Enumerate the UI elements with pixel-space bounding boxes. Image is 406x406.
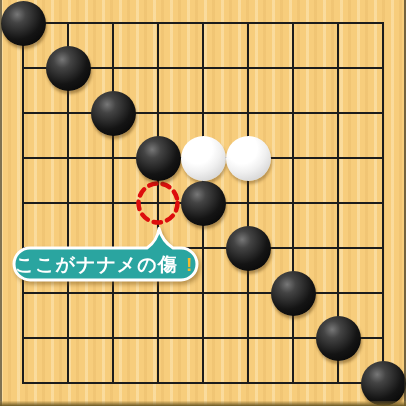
board-intersection[interactable] (226, 181, 271, 226)
board-intersection[interactable] (361, 271, 406, 316)
board-intersection[interactable] (1, 316, 46, 361)
board-intersection[interactable] (316, 361, 361, 406)
board-intersection[interactable]: ○ (226, 136, 271, 181)
board-intersection[interactable]: ○ (181, 136, 226, 181)
board-intersection[interactable]: ● (136, 136, 181, 181)
black-stone: ● (226, 226, 271, 271)
board-intersection[interactable] (46, 91, 91, 136)
board-intersection[interactable] (271, 46, 316, 91)
board-intersection[interactable] (136, 226, 181, 271)
board-intersection[interactable] (361, 136, 406, 181)
board-intersection[interactable] (226, 1, 271, 46)
white-stone: ○ (181, 136, 226, 181)
board-intersection[interactable] (46, 136, 91, 181)
board-intersection[interactable] (136, 1, 181, 46)
board-intersection[interactable]: ● (46, 46, 91, 91)
board-intersection[interactable] (316, 181, 361, 226)
board-intersection[interactable] (46, 181, 91, 226)
black-stone: ● (316, 316, 361, 361)
black-stone: ● (1, 1, 46, 46)
board-intersection[interactable]: ● (361, 361, 406, 406)
board-intersection[interactable] (361, 1, 406, 46)
board-intersection[interactable] (316, 91, 361, 136)
board-intersection[interactable]: ● (1, 1, 46, 46)
board-intersection[interactable] (91, 316, 136, 361)
weakness-point[interactable] (136, 181, 181, 226)
board-grid: ●●●●○○●●●●● (1, 1, 406, 406)
board-intersection[interactable] (226, 316, 271, 361)
board-intersection[interactable] (361, 316, 406, 361)
board-intersection[interactable] (271, 1, 316, 46)
board-intersection[interactable] (316, 226, 361, 271)
board-intersection[interactable] (181, 316, 226, 361)
board-intersection[interactable] (316, 136, 361, 181)
go-board: ●●●●○○●●●●● ここがナナメの傷 ! (0, 0, 406, 406)
board-intersection[interactable] (91, 361, 136, 406)
board-intersection[interactable] (46, 226, 91, 271)
board-intersection[interactable] (181, 361, 226, 406)
board-intersection[interactable] (226, 46, 271, 91)
board-intersection[interactable]: ● (271, 271, 316, 316)
black-stone: ● (46, 46, 91, 91)
board-intersection[interactable]: ● (181, 181, 226, 226)
black-stone: ● (181, 181, 226, 226)
board-intersection[interactable] (91, 46, 136, 91)
board-intersection[interactable] (136, 316, 181, 361)
board-intersection[interactable] (1, 91, 46, 136)
board-intersection[interactable] (1, 136, 46, 181)
board-intersection[interactable] (316, 46, 361, 91)
board-intersection[interactable] (361, 181, 406, 226)
board-intersection[interactable] (46, 361, 91, 406)
board-intersection[interactable]: ● (316, 316, 361, 361)
board-intersection[interactable] (136, 271, 181, 316)
board-intersection[interactable] (226, 361, 271, 406)
board-intersection[interactable] (91, 271, 136, 316)
board-intersection[interactable] (361, 46, 406, 91)
board-intersection[interactable] (181, 1, 226, 46)
black-stone: ● (91, 91, 136, 136)
board-intersection[interactable] (91, 181, 136, 226)
black-stone: ● (136, 136, 181, 181)
board-intersection[interactable] (181, 91, 226, 136)
board-intersection[interactable] (1, 271, 46, 316)
board-intersection[interactable] (361, 226, 406, 271)
board-intersection[interactable] (91, 136, 136, 181)
board-intersection[interactable] (181, 46, 226, 91)
board-intersection[interactable] (316, 1, 361, 46)
black-stone: ● (271, 271, 316, 316)
board-intersection[interactable] (271, 361, 316, 406)
board-intersection[interactable] (181, 226, 226, 271)
board-intersection[interactable] (271, 226, 316, 271)
board-intersection[interactable] (316, 271, 361, 316)
board-intersection[interactable] (361, 91, 406, 136)
white-stone: ○ (226, 136, 271, 181)
board-intersection[interactable] (136, 91, 181, 136)
board-intersection[interactable] (91, 226, 136, 271)
board-intersection[interactable] (1, 361, 46, 406)
board-intersection[interactable] (226, 91, 271, 136)
board-intersection[interactable] (46, 1, 91, 46)
board-intersection[interactable] (271, 136, 316, 181)
board-intersection[interactable] (1, 181, 46, 226)
board-intersection[interactable] (271, 181, 316, 226)
board-intersection[interactable] (271, 316, 316, 361)
board-intersection[interactable] (91, 1, 136, 46)
board-intersection[interactable] (226, 271, 271, 316)
board-intersection[interactable] (136, 46, 181, 91)
board-intersection[interactable] (1, 226, 46, 271)
board-intersection[interactable] (46, 271, 91, 316)
board-intersection[interactable] (271, 91, 316, 136)
board-intersection[interactable] (136, 361, 181, 406)
board-intersection[interactable] (1, 46, 46, 91)
board-intersection[interactable]: ● (91, 91, 136, 136)
board-intersection[interactable] (181, 271, 226, 316)
board-intersection[interactable]: ● (226, 226, 271, 271)
board-intersection[interactable] (46, 316, 91, 361)
black-stone: ● (361, 361, 406, 406)
